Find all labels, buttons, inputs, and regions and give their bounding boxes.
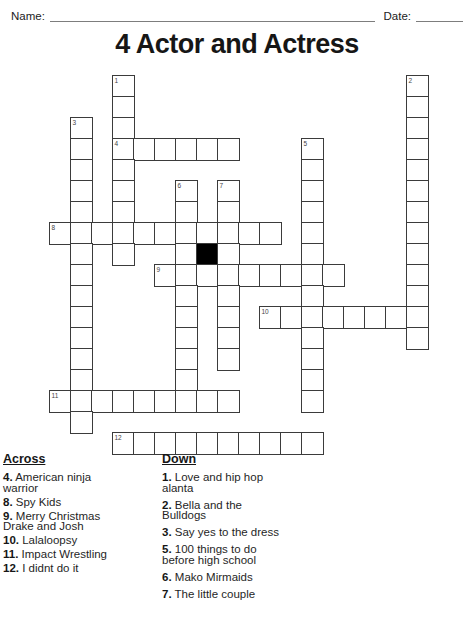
- grid-cell[interactable]: [385, 306, 408, 329]
- grid-cell[interactable]: [217, 264, 240, 287]
- grid-cell[interactable]: [133, 390, 156, 413]
- worksheet-header: Name: Date:: [11, 9, 463, 23]
- grid-cell[interactable]: [301, 327, 324, 350]
- grid-cell[interactable]: 1: [112, 75, 135, 98]
- clue-down-2: 2. Bella and theBulldogs: [162, 500, 338, 521]
- grid-cell[interactable]: [280, 432, 303, 455]
- grid-cell[interactable]: [112, 159, 135, 182]
- grid-cell[interactable]: [175, 243, 198, 266]
- cell-number: 3: [73, 119, 77, 126]
- down-clue-list: 1. Love and hip hopalanta2. Bella and th…: [162, 472, 338, 599]
- grid-cell[interactable]: [133, 138, 156, 161]
- grid-cell[interactable]: [301, 369, 324, 392]
- clue-across-8: 8. Spy Kids: [3, 497, 155, 508]
- down-clues: Down 1. Love and hip hopalanta2. Bella a…: [162, 453, 338, 606]
- grid-cell[interactable]: [217, 285, 240, 308]
- clue-number: 10.: [3, 534, 19, 546]
- grid-cell[interactable]: [217, 201, 240, 224]
- grid-cell[interactable]: [175, 264, 198, 287]
- page-title: 4 Actor and Actress: [0, 29, 474, 60]
- grid-cell[interactable]: [406, 159, 429, 182]
- clue-number: 8.: [3, 496, 13, 508]
- grid-cell[interactable]: [322, 306, 345, 329]
- clue-number: 11.: [3, 548, 18, 560]
- grid-cell[interactable]: [301, 222, 324, 245]
- grid-cell[interactable]: [301, 159, 324, 182]
- grid-cell[interactable]: [133, 432, 156, 455]
- grid-cell[interactable]: 12: [112, 432, 135, 455]
- grid-cell[interactable]: [70, 369, 93, 392]
- grid-cell[interactable]: 4: [112, 138, 135, 161]
- grid-cell[interactable]: [70, 243, 93, 266]
- grid-cell[interactable]: [175, 201, 198, 224]
- grid-cell[interactable]: [196, 222, 219, 245]
- clue-number: 7.: [162, 588, 172, 600]
- grid-cell[interactable]: [301, 432, 324, 455]
- black-cell: [196, 243, 219, 266]
- grid-cell[interactable]: [301, 201, 324, 224]
- grid-cell[interactable]: [70, 222, 93, 245]
- grid-cell[interactable]: [112, 117, 135, 140]
- grid-cell[interactable]: 2: [406, 75, 429, 98]
- grid-cell[interactable]: [364, 306, 387, 329]
- grid-cell[interactable]: [70, 201, 93, 224]
- clue-down-6: 6. Mako Mirmaids: [162, 572, 338, 583]
- grid-cell[interactable]: [217, 327, 240, 350]
- clue-down-5: 5. 100 things to dobefore high school: [162, 544, 338, 565]
- cell-number: 10: [262, 308, 269, 315]
- grid-cell[interactable]: 9: [154, 264, 177, 287]
- clue-number: 4.: [3, 471, 13, 483]
- grid-cell[interactable]: [91, 222, 114, 245]
- across-heading: Across: [3, 453, 155, 465]
- cell-number: 2: [409, 77, 413, 84]
- grid-cell[interactable]: [217, 306, 240, 329]
- clue-number: 1.: [162, 471, 172, 483]
- grid-cell[interactable]: [259, 264, 282, 287]
- grid-cell[interactable]: [406, 306, 429, 329]
- clue-number: 12.: [3, 562, 19, 574]
- grid-cell[interactable]: [406, 264, 429, 287]
- grid-cell[interactable]: 3: [70, 117, 93, 140]
- clue-down-3: 3. Say yes to the dress: [162, 527, 338, 538]
- clue-across-4: 4. American ninjawarrior: [3, 472, 155, 493]
- clue-across-10: 10. Lalaloopsy: [3, 535, 155, 546]
- grid-cell[interactable]: [175, 327, 198, 350]
- clue-number: 5.: [162, 543, 172, 555]
- date-label: Date:: [384, 10, 412, 23]
- grid-cell[interactable]: [406, 138, 429, 161]
- clue-number: 3.: [162, 526, 172, 538]
- grid-cell[interactable]: 5: [301, 138, 324, 161]
- crossword-grid: 123456789101112: [49, 75, 429, 455]
- clue-number: 2.: [162, 499, 172, 511]
- grid-cell[interactable]: [196, 264, 219, 287]
- grid-cell[interactable]: [70, 180, 93, 203]
- grid-cell[interactable]: [175, 390, 198, 413]
- cell-number: 6: [178, 182, 182, 189]
- grid-cell[interactable]: [112, 201, 135, 224]
- grid-cell[interactable]: [322, 264, 345, 287]
- grid-cell[interactable]: [217, 243, 240, 266]
- grid-cell[interactable]: [301, 264, 324, 287]
- grid-cell[interactable]: [196, 138, 219, 161]
- across-clue-list: 4. American ninjawarrior8. Spy Kids9. Me…: [3, 472, 155, 574]
- grid-cell[interactable]: [343, 306, 366, 329]
- grid-cell[interactable]: [175, 138, 198, 161]
- grid-cell[interactable]: [406, 96, 429, 119]
- grid-cell[interactable]: [301, 243, 324, 266]
- grid-cell[interactable]: [217, 390, 240, 413]
- clue-number: 9.: [3, 510, 13, 522]
- grid-cell[interactable]: [112, 390, 135, 413]
- cell-number: 4: [115, 140, 119, 147]
- grid-cell[interactable]: [280, 264, 303, 287]
- clue-across-11: 11. Impact Wrestling: [3, 549, 155, 560]
- grid-cell[interactable]: [91, 390, 114, 413]
- grid-cell[interactable]: [217, 348, 240, 371]
- cell-number: 7: [220, 182, 224, 189]
- grid-cell[interactable]: 6: [175, 180, 198, 203]
- grid-cell[interactable]: [112, 222, 135, 245]
- clue-across-12: 12. I didnt do it: [3, 563, 155, 574]
- clue-across-9: 9. Merry ChristmasDrake and Josh: [3, 511, 155, 532]
- name-label: Name:: [11, 10, 45, 23]
- grid-cell[interactable]: [238, 264, 261, 287]
- grid-cell[interactable]: [406, 180, 429, 203]
- grid-cell[interactable]: [112, 243, 135, 266]
- grid-cell[interactable]: [259, 432, 282, 455]
- grid-cell[interactable]: [70, 264, 93, 287]
- grid-cell[interactable]: [406, 117, 429, 140]
- grid-cell[interactable]: [154, 390, 177, 413]
- grid-cell[interactable]: [406, 327, 429, 350]
- grid-cell[interactable]: [70, 285, 93, 308]
- grid-cell[interactable]: [70, 138, 93, 161]
- grid-cell[interactable]: [196, 390, 219, 413]
- cell-number: 5: [304, 140, 308, 147]
- grid-cell[interactable]: [112, 180, 135, 203]
- grid-cell[interactable]: [280, 306, 303, 329]
- grid-cell[interactable]: [259, 222, 282, 245]
- clue-number: 6.: [162, 571, 172, 583]
- grid-cell[interactable]: [406, 222, 429, 245]
- grid-cell[interactable]: [217, 138, 240, 161]
- cell-number: 11: [52, 392, 59, 399]
- grid-cell[interactable]: [175, 369, 198, 392]
- grid-cell[interactable]: [217, 432, 240, 455]
- grid-cell[interactable]: [217, 222, 240, 245]
- grid-cell[interactable]: [301, 348, 324, 371]
- grid-cell[interactable]: [301, 390, 324, 413]
- cell-number: 12: [115, 434, 122, 441]
- grid-cell[interactable]: [238, 432, 261, 455]
- grid-cell[interactable]: [175, 348, 198, 371]
- clue-down-1: 1. Love and hip hopalanta: [162, 472, 338, 493]
- grid-cell[interactable]: 7: [217, 180, 240, 203]
- grid-cell[interactable]: 10: [259, 306, 282, 329]
- grid-cell[interactable]: [196, 432, 219, 455]
- grid-cell[interactable]: [238, 222, 261, 245]
- cell-number: 1: [115, 77, 119, 84]
- grid-cell[interactable]: 8: [49, 222, 72, 245]
- grid-cell[interactable]: [301, 306, 324, 329]
- clue-down-7: 7. The little couple: [162, 589, 338, 600]
- grid-cell[interactable]: [112, 96, 135, 119]
- grid-cell[interactable]: [70, 306, 93, 329]
- cell-number: 8: [52, 224, 56, 231]
- name-line[interactable]: [50, 9, 375, 22]
- grid-cell[interactable]: [70, 327, 93, 350]
- grid-cell[interactable]: [175, 306, 198, 329]
- grid-cell[interactable]: [406, 243, 429, 266]
- grid-cell[interactable]: [175, 222, 198, 245]
- across-clues: Across 4. American ninjawarrior8. Spy Ki…: [3, 453, 155, 577]
- grid-cell[interactable]: [154, 138, 177, 161]
- grid-cell[interactable]: [406, 201, 429, 224]
- grid-cell[interactable]: [70, 348, 93, 371]
- grid-cell[interactable]: [301, 285, 324, 308]
- grid-cell[interactable]: [133, 222, 156, 245]
- grid-cell[interactable]: 11: [49, 390, 72, 413]
- grid-cell[interactable]: [70, 411, 93, 434]
- grid-cell[interactable]: [154, 222, 177, 245]
- down-heading: Down: [162, 453, 338, 465]
- cell-number: 9: [157, 266, 161, 273]
- grid-cell[interactable]: [70, 390, 93, 413]
- date-line[interactable]: [416, 9, 463, 22]
- grid-cell[interactable]: [70, 159, 93, 182]
- grid-cell[interactable]: [406, 285, 429, 308]
- grid-cell[interactable]: [301, 180, 324, 203]
- grid-cell[interactable]: [175, 285, 198, 308]
